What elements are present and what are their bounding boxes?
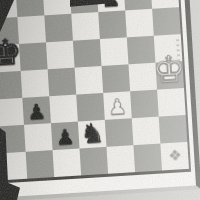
square-d3 (49, 95, 78, 124)
square-e4 (75, 66, 104, 95)
chessboard-photo: ♟♚♚♟♟♟♞❖ (0, 0, 200, 200)
square-e2: ♞ (78, 120, 107, 149)
square-c7 (16, 0, 45, 17)
square-e6 (71, 12, 100, 41)
square-g6 (125, 9, 154, 38)
corner-ornament: ❖ (167, 146, 182, 165)
square-c3: ♟ (22, 96, 51, 125)
square-e5 (73, 39, 102, 68)
square-b3 (0, 98, 24, 127)
piece-black-king: ♚ (0, 34, 23, 72)
piece-black-pawn: ♟ (27, 101, 47, 123)
square-f4 (102, 64, 131, 93)
square-g2 (132, 117, 161, 146)
square-g1 (133, 144, 162, 173)
square-h3 (157, 88, 186, 117)
piece-black-knight: ♞ (79, 119, 105, 147)
square-f2 (105, 118, 134, 147)
square-h1: ❖ (160, 142, 189, 171)
board-frame: ♟♚♚♟♟♟♞❖ (0, 0, 200, 200)
piece-white-pawn: ♟ (108, 97, 128, 119)
square-b4 (0, 71, 22, 100)
square-h6 (152, 7, 181, 36)
square-c6 (17, 15, 46, 44)
square-c2 (24, 123, 53, 152)
square-h2 (159, 115, 188, 144)
square-c4 (21, 69, 50, 98)
square-c5 (19, 42, 48, 71)
square-g3 (130, 90, 159, 119)
square-d2: ♟ (51, 122, 80, 151)
square-f6 (98, 10, 127, 39)
chess-board: ♟♚♚♟♟♟♞❖ (0, 0, 191, 185)
square-b5: ♚ (0, 44, 21, 73)
square-h4: ♚ (155, 61, 184, 90)
square-f1 (106, 145, 135, 174)
square-d4 (48, 68, 77, 97)
piece-white-king: ♚ (152, 51, 186, 89)
square-c1 (26, 150, 55, 179)
square-d6 (44, 14, 73, 43)
square-d1 (53, 148, 82, 177)
square-f5 (100, 37, 129, 66)
square-d5 (46, 41, 75, 70)
square-e1 (80, 147, 109, 176)
square-f3: ♟ (103, 91, 132, 120)
piece-black-pawn: ♟ (55, 127, 75, 149)
